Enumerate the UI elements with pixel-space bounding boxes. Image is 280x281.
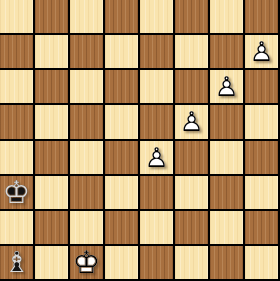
square-e6[interactable] [140,70,173,103]
square-b4[interactable] [35,141,68,174]
white-pawn-outline-glyph: ♙ [249,38,273,65]
square-f1[interactable] [175,246,208,279]
piece-black-king-a3[interactable]: ♚♔ [3,177,31,208]
square-e1[interactable] [140,246,173,279]
square-b5[interactable] [35,105,68,138]
square-b1[interactable] [35,246,68,279]
piece-white-pawn-g6[interactable]: ♟♙ [214,73,238,100]
black-bishop-outline-glyph: ♗ [4,248,30,277]
square-b8[interactable] [35,0,68,33]
square-h5[interactable] [245,105,278,138]
square-f8[interactable] [175,0,208,33]
square-c1[interactable]: ♚♔ [70,246,103,279]
white-pawn-outline-glyph: ♙ [144,144,168,171]
square-h3[interactable] [245,176,278,209]
square-f5[interactable]: ♟♙ [175,105,208,138]
square-h7[interactable]: ♟♙ [245,35,278,68]
square-d1[interactable] [105,246,138,279]
square-a3[interactable]: ♚♔ [0,176,33,209]
square-f7[interactable] [175,35,208,68]
square-d5[interactable] [105,105,138,138]
square-f2[interactable] [175,211,208,244]
white-king-outline-glyph: ♔ [73,247,101,278]
square-g4[interactable] [210,141,243,174]
piece-black-bishop-a1[interactable]: ♝♗ [4,248,30,277]
black-king-outline-glyph: ♔ [3,177,31,208]
square-b3[interactable] [35,176,68,209]
square-e8[interactable] [140,0,173,33]
square-g7[interactable] [210,35,243,68]
square-a1[interactable]: ♝♗ [0,246,33,279]
square-d4[interactable] [105,141,138,174]
square-e7[interactable] [140,35,173,68]
white-pawn-outline-glyph: ♙ [179,108,203,135]
square-d2[interactable] [105,211,138,244]
square-b7[interactable] [35,35,68,68]
square-f3[interactable] [175,176,208,209]
square-a2[interactable] [0,211,33,244]
piece-white-pawn-f5[interactable]: ♟♙ [179,108,203,135]
square-h4[interactable] [245,141,278,174]
square-c7[interactable] [70,35,103,68]
square-a6[interactable] [0,70,33,103]
square-g6[interactable]: ♟♙ [210,70,243,103]
square-g3[interactable] [210,176,243,209]
square-d7[interactable] [105,35,138,68]
square-g5[interactable] [210,105,243,138]
square-h2[interactable] [245,211,278,244]
square-b6[interactable] [35,70,68,103]
piece-white-king-c1[interactable]: ♚♔ [73,247,101,278]
square-f6[interactable] [175,70,208,103]
square-c2[interactable] [70,211,103,244]
square-a5[interactable] [0,105,33,138]
square-c3[interactable] [70,176,103,209]
square-h1[interactable] [245,246,278,279]
piece-white-pawn-e4[interactable]: ♟♙ [144,144,168,171]
square-g1[interactable] [210,246,243,279]
square-f4[interactable] [175,141,208,174]
square-d6[interactable] [105,70,138,103]
square-d3[interactable] [105,176,138,209]
square-a8[interactable] [0,0,33,33]
square-e4[interactable]: ♟♙ [140,141,173,174]
square-c6[interactable] [70,70,103,103]
square-h6[interactable] [245,70,278,103]
square-c5[interactable] [70,105,103,138]
white-pawn-outline-glyph: ♙ [214,73,238,100]
square-d8[interactable] [105,0,138,33]
square-h8[interactable] [245,0,278,33]
square-c8[interactable] [70,0,103,33]
square-a4[interactable] [0,141,33,174]
square-e3[interactable] [140,176,173,209]
square-a7[interactable] [0,35,33,68]
chess-board: ♟♙♟♙♟♙♟♙♚♔♝♗♚♔ [0,0,280,281]
square-g2[interactable] [210,211,243,244]
square-e2[interactable] [140,211,173,244]
square-e5[interactable] [140,105,173,138]
square-b2[interactable] [35,211,68,244]
square-g8[interactable] [210,0,243,33]
piece-white-pawn-h7[interactable]: ♟♙ [249,38,273,65]
square-c4[interactable] [70,141,103,174]
